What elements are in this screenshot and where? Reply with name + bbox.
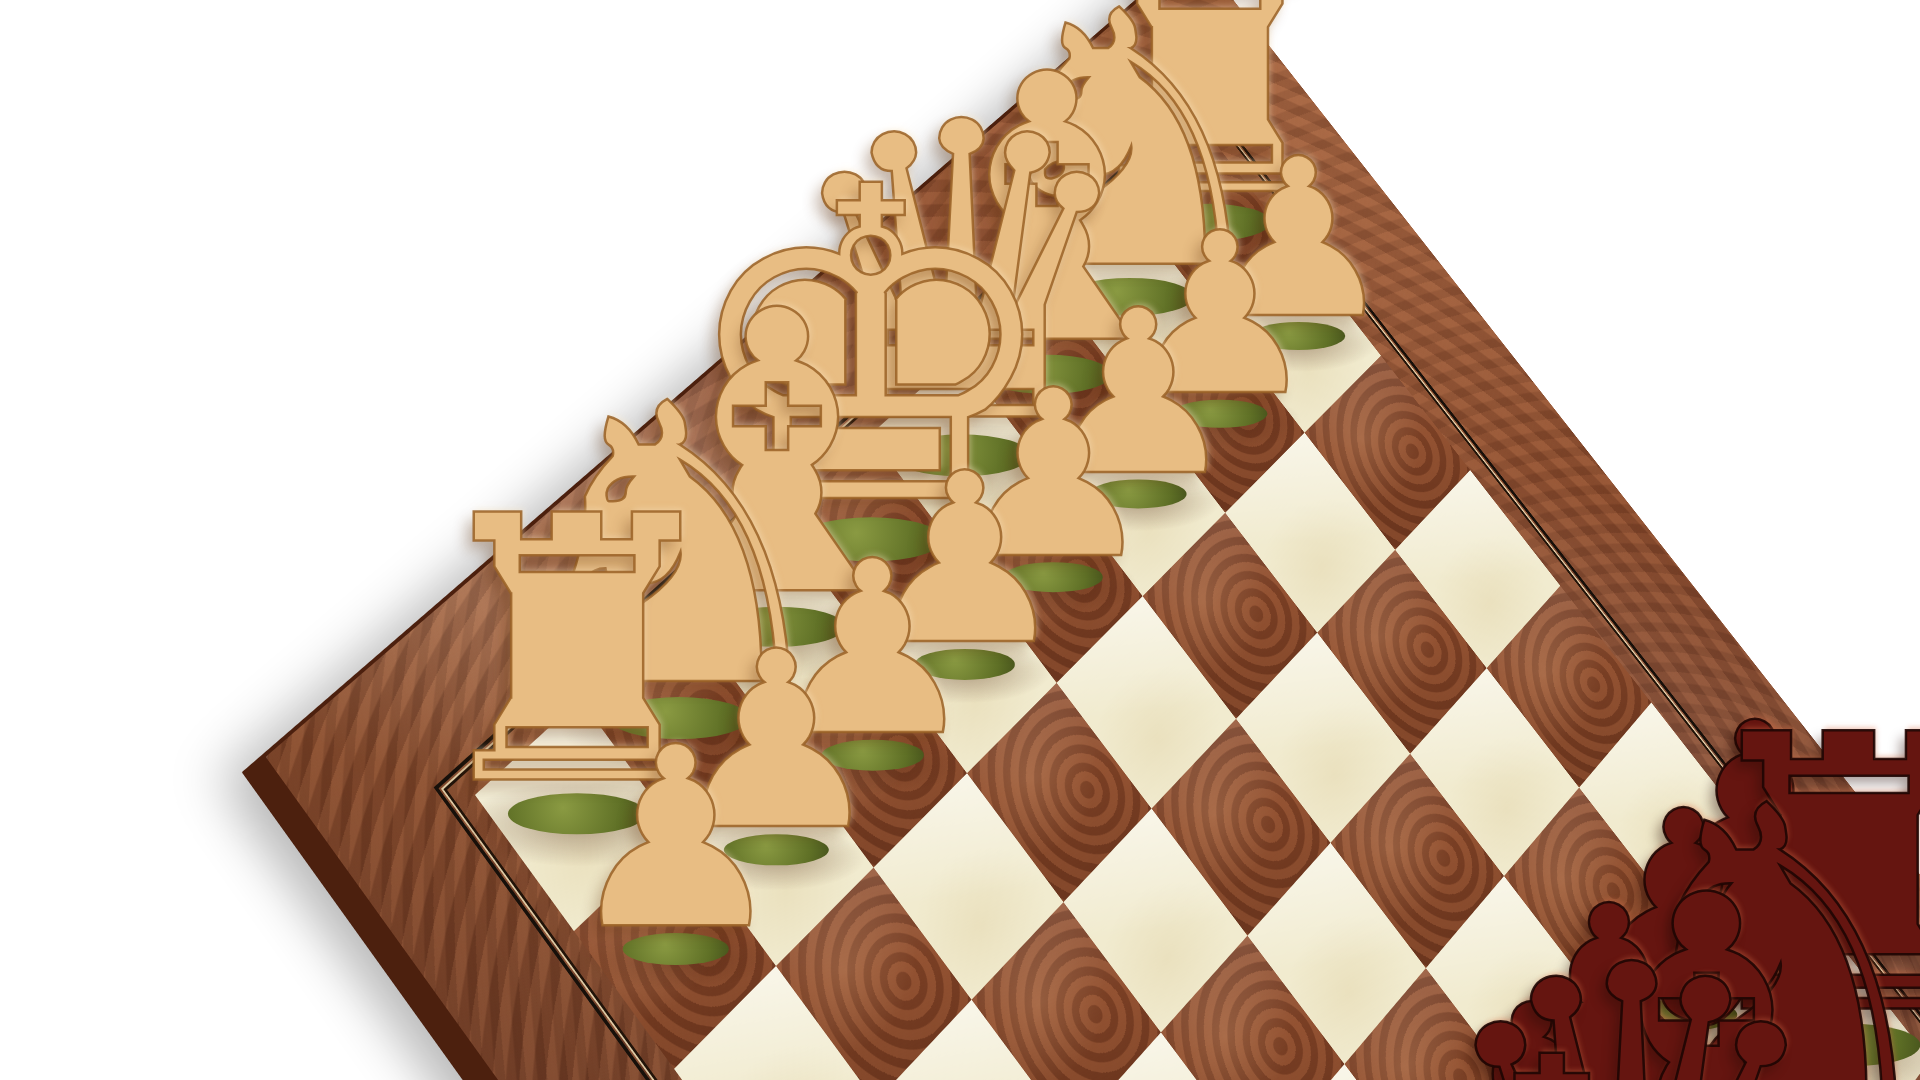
chess-photo-stage: ♜♞♝♛♚♝♞♜♟♟♟♟♟♟♟♟♟♟♟♟♟♟♟♟♜♞♝♛♚♝♞♜	[0, 0, 1920, 1080]
white-pawn-glyph: ♟	[564, 714, 788, 963]
red-king-glyph: ♚	[1338, 998, 1765, 1080]
